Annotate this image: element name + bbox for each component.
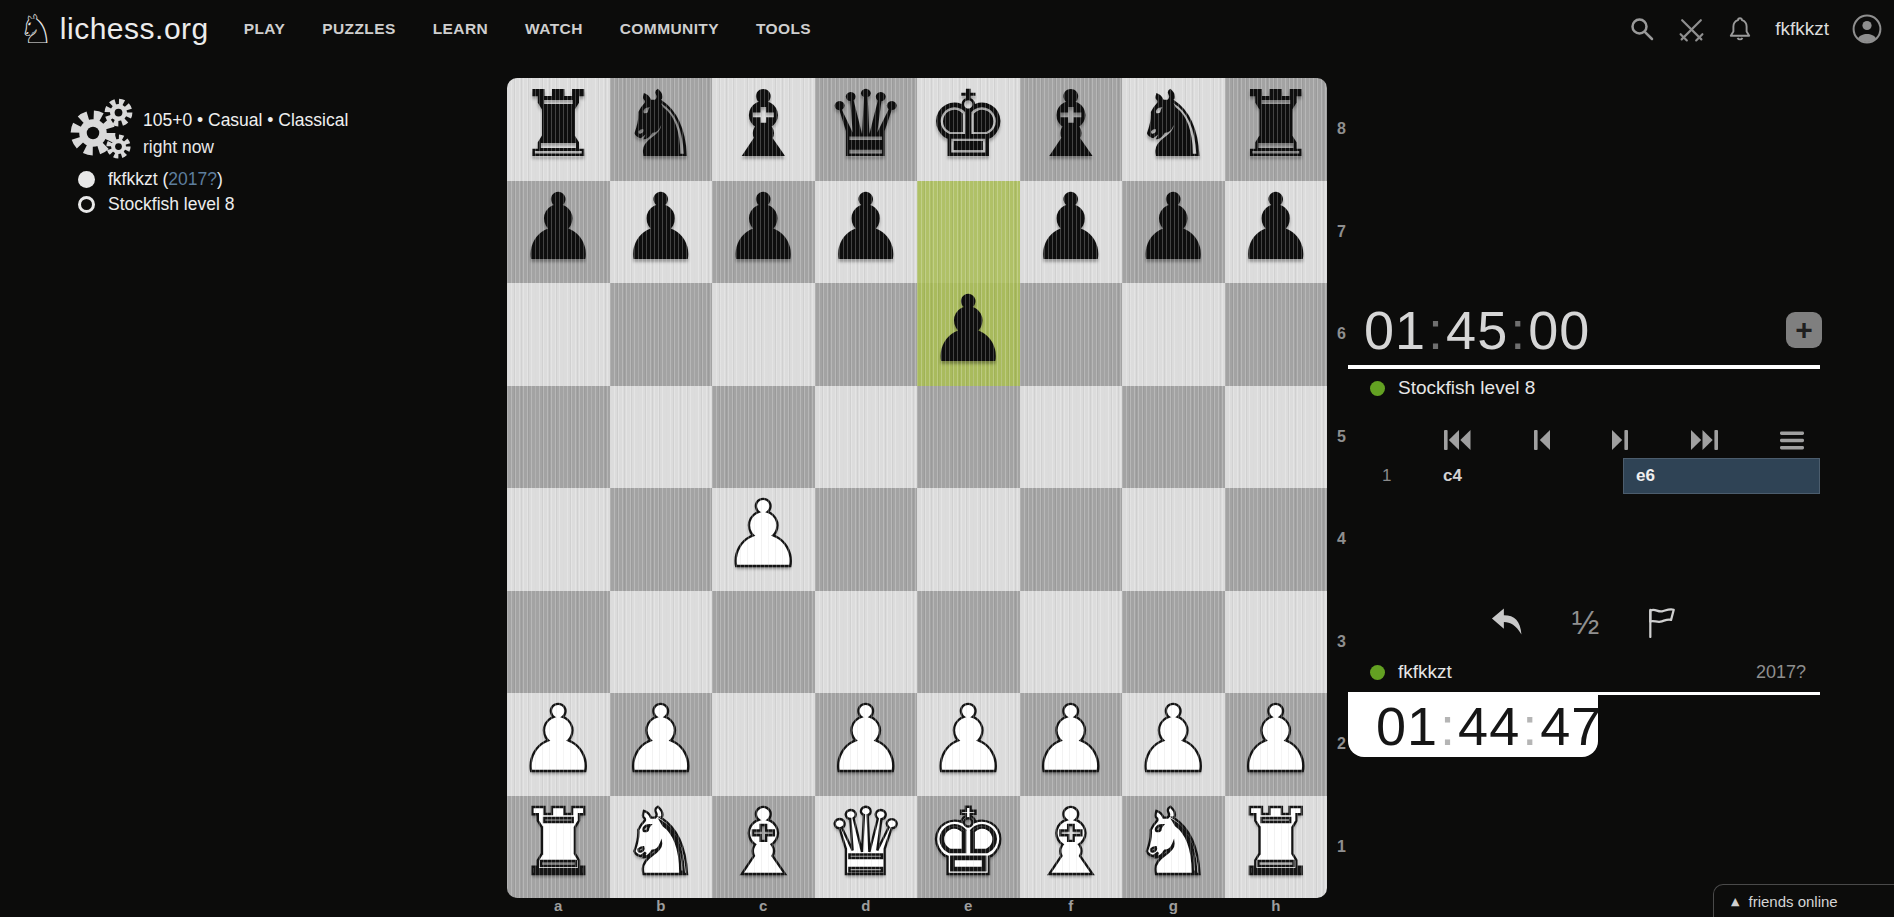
square-a2[interactable]: ♟ <box>507 693 610 796</box>
next-move-button[interactable] <box>1611 429 1629 451</box>
square-c8[interactable]: ♝ <box>712 78 815 181</box>
black-pawn[interactable]: ♟ <box>927 284 1009 376</box>
white-rook[interactable]: ♜ <box>1235 797 1317 889</box>
square-h7[interactable]: ♟ <box>1225 181 1328 284</box>
top-clock-separator <box>1348 365 1820 369</box>
square-f1[interactable]: ♝ <box>1020 796 1123 899</box>
nav-puzzles[interactable]: PUZZLES <box>322 20 395 38</box>
nav-play[interactable]: PLAY <box>244 20 286 38</box>
square-d5[interactable] <box>815 386 918 489</box>
offer-draw-button[interactable]: ½ <box>1572 606 1600 639</box>
topbar-right: fkfkkzt <box>1629 0 1882 58</box>
white-king[interactable]: ♚ <box>927 797 1009 889</box>
user-avatar-icon[interactable] <box>1852 14 1882 44</box>
lichess-knight-logo-icon: ♘ <box>18 9 54 49</box>
square-c4[interactable]: ♟ <box>712 488 815 591</box>
rank-label-1: 1 <box>1337 796 1357 899</box>
notifications-bell-icon[interactable] <box>1728 16 1752 43</box>
last-move-button[interactable] <box>1690 429 1719 451</box>
black-pawn[interactable]: ♟ <box>722 182 804 274</box>
game-settings-gear-tiny-icon <box>105 133 132 160</box>
search-icon[interactable] <box>1629 16 1655 42</box>
file-label-f: f <box>1020 897 1123 917</box>
square-c5[interactable] <box>712 386 815 489</box>
white-bishop[interactable]: ♝ <box>1030 797 1112 889</box>
nav-watch[interactable]: WATCH <box>525 20 583 38</box>
square-c1[interactable]: ♝ <box>712 796 815 899</box>
square-g6[interactable] <box>1122 283 1225 386</box>
rank-label-7: 7 <box>1337 181 1357 284</box>
player-row: fkfkkzt 2017? <box>1370 661 1806 683</box>
rank-label-6: 6 <box>1337 283 1357 386</box>
file-label-b: b <box>610 897 713 917</box>
square-f6[interactable] <box>1020 283 1123 386</box>
square-b6[interactable] <box>610 283 713 386</box>
rank-label-8: 8 <box>1337 78 1357 181</box>
white-knight[interactable]: ♞ <box>620 797 702 889</box>
white-pawn[interactable]: ♟ <box>1132 694 1214 786</box>
game-settings-gear-small-icon <box>103 97 134 128</box>
square-a4[interactable] <box>507 488 610 591</box>
square-b2[interactable]: ♟ <box>610 693 713 796</box>
game-status: right now <box>143 137 214 158</box>
move-navigation <box>1443 424 1805 456</box>
white-queen[interactable]: ♛ <box>825 797 907 889</box>
move-list-row: 1 c4 e6 <box>1348 458 1820 494</box>
chess-board[interactable]: ♜♞♝♛♚♝♞♜♟♟♟♟♟♟♟♟♟♟♟♟♟♟♟♟♜♞♝♛♚♝♞♜ <box>507 78 1327 898</box>
menu-button[interactable] <box>1779 430 1805 451</box>
square-e5[interactable] <box>917 386 1020 489</box>
black-pawn[interactable]: ♟ <box>1132 182 1214 274</box>
square-g1[interactable]: ♞ <box>1122 796 1225 899</box>
give-time-button[interactable]: + <box>1786 312 1822 348</box>
square-d2[interactable]: ♟ <box>815 693 918 796</box>
top-nav: ♘ lichess.org PLAY PUZZLES LEARN WATCH C… <box>0 0 1894 58</box>
square-h1[interactable]: ♜ <box>1225 796 1328 899</box>
white-pawn[interactable]: ♟ <box>927 694 1009 786</box>
square-a1[interactable]: ♜ <box>507 796 610 899</box>
online-status-icon <box>1370 665 1385 680</box>
white-pawn[interactable]: ♟ <box>1030 694 1112 786</box>
move-black-e6-selected[interactable]: e6 <box>1623 458 1820 494</box>
player-rating: 2017? <box>1756 662 1806 683</box>
square-h5[interactable] <box>1225 386 1328 489</box>
square-b8[interactable]: ♞ <box>610 78 713 181</box>
takeback-button[interactable] <box>1490 607 1526 637</box>
square-e4[interactable] <box>917 488 1020 591</box>
previous-move-button[interactable] <box>1533 429 1551 451</box>
square-b5[interactable] <box>610 386 713 489</box>
move-number: 1 <box>1348 458 1418 494</box>
white-color-disc-icon <box>78 171 95 188</box>
square-d6[interactable] <box>815 283 918 386</box>
square-h3[interactable] <box>1225 591 1328 694</box>
black-player-name: Stockfish level 8 <box>108 194 234 215</box>
meta-white-player-row: fkfkkzt (2017?) <box>78 169 223 190</box>
friends-online-toggle[interactable]: ▲ friends online <box>1713 884 1894 917</box>
black-knight[interactable]: ♞ <box>1132 79 1214 171</box>
nav-community[interactable]: COMMUNITY <box>620 20 719 38</box>
lichess-app: ♘ lichess.org PLAY PUZZLES LEARN WATCH C… <box>0 0 1894 917</box>
square-g7[interactable]: ♟ <box>1122 181 1225 284</box>
opponent-name: Stockfish level 8 <box>1398 377 1535 399</box>
file-label-e: e <box>917 897 1020 917</box>
square-d7[interactable]: ♟ <box>815 181 918 284</box>
black-king[interactable]: ♚ <box>927 79 1009 171</box>
black-rook[interactable]: ♜ <box>1235 79 1317 171</box>
white-pawn[interactable]: ♟ <box>1235 694 1317 786</box>
online-status-icon <box>1370 381 1385 396</box>
white-bishop[interactable]: ♝ <box>722 797 804 889</box>
square-c6[interactable] <box>712 283 815 386</box>
white-pawn[interactable]: ♟ <box>517 694 599 786</box>
site-logo[interactable]: ♘ lichess.org <box>18 9 209 49</box>
square-b7[interactable]: ♟ <box>610 181 713 284</box>
first-move-button[interactable] <box>1443 429 1472 451</box>
square-f7[interactable]: ♟ <box>1020 181 1123 284</box>
bottom-clock-active: 01:44:47 <box>1348 695 1598 757</box>
rating-paren-close: ) <box>217 169 223 190</box>
black-pawn[interactable]: ♟ <box>1235 182 1317 274</box>
file-label-d: d <box>815 897 918 917</box>
square-d4[interactable] <box>815 488 918 591</box>
resign-flag-button[interactable] <box>1645 606 1678 638</box>
rank-label-4: 4 <box>1337 488 1357 591</box>
square-e3[interactable] <box>917 591 1020 694</box>
move-white-c4[interactable]: c4 <box>1418 458 1623 494</box>
square-a7[interactable]: ♟ <box>507 181 610 284</box>
black-color-ring-icon <box>78 196 95 213</box>
black-queen[interactable]: ♛ <box>825 79 907 171</box>
white-pawn[interactable]: ♟ <box>825 694 907 786</box>
square-a5[interactable] <box>507 386 610 489</box>
black-knight[interactable]: ♞ <box>620 79 702 171</box>
black-pawn[interactable]: ♟ <box>620 182 702 274</box>
square-e1[interactable]: ♚ <box>917 796 1020 899</box>
square-e8[interactable]: ♚ <box>917 78 1020 181</box>
square-h8[interactable]: ♜ <box>1225 78 1328 181</box>
white-rook[interactable]: ♜ <box>517 797 599 889</box>
square-b1[interactable]: ♞ <box>610 796 713 899</box>
black-rook[interactable]: ♜ <box>517 79 599 171</box>
black-bishop[interactable]: ♝ <box>1030 79 1112 171</box>
square-a3[interactable] <box>507 591 610 694</box>
square-h6[interactable] <box>1225 283 1328 386</box>
square-h2[interactable]: ♟ <box>1225 693 1328 796</box>
square-d1[interactable]: ♛ <box>815 796 918 899</box>
white-player-rating-link[interactable]: 2017? <box>168 169 217 190</box>
game-setup-info: 105+0 • Casual • Classical <box>143 110 348 131</box>
square-e6[interactable]: ♟ <box>917 283 1020 386</box>
square-e2[interactable]: ♟ <box>917 693 1020 796</box>
nav-tools[interactable]: TOOLS <box>756 20 811 38</box>
black-pawn[interactable]: ♟ <box>825 182 907 274</box>
square-c7[interactable]: ♟ <box>712 181 815 284</box>
file-coordinates: abcdefgh <box>507 897 1327 917</box>
square-e7[interactable] <box>917 181 1020 284</box>
challenge-swords-icon[interactable] <box>1678 16 1705 43</box>
file-label-g: g <box>1122 897 1225 917</box>
square-d3[interactable] <box>815 591 918 694</box>
white-knight[interactable]: ♞ <box>1132 797 1214 889</box>
file-label-a: a <box>507 897 610 917</box>
square-a8[interactable]: ♜ <box>507 78 610 181</box>
file-label-h: h <box>1225 897 1328 917</box>
opponent-row: Stockfish level 8 <box>1370 377 1806 399</box>
file-label-c: c <box>712 897 815 917</box>
square-c2[interactable] <box>712 693 815 796</box>
square-g4[interactable] <box>1122 488 1225 591</box>
meta-black-player-row: Stockfish level 8 <box>78 194 234 215</box>
square-c3[interactable] <box>712 591 815 694</box>
square-f8[interactable]: ♝ <box>1020 78 1123 181</box>
square-f2[interactable]: ♟ <box>1020 693 1123 796</box>
white-pawn[interactable]: ♟ <box>722 489 804 581</box>
friends-online-label: friends online <box>1748 893 1837 910</box>
square-f5[interactable] <box>1020 386 1123 489</box>
square-g8[interactable]: ♞ <box>1122 78 1225 181</box>
game-action-buttons: ½ <box>1348 598 1820 646</box>
square-g5[interactable] <box>1122 386 1225 489</box>
collapse-arrow-icon: ▲ <box>1731 895 1739 908</box>
square-a6[interactable] <box>507 283 610 386</box>
black-pawn[interactable]: ♟ <box>517 182 599 274</box>
nav-learn[interactable]: LEARN <box>433 20 488 38</box>
main-menu: PLAY PUZZLES LEARN WATCH COMMUNITY TOOLS <box>244 20 811 38</box>
square-b4[interactable] <box>610 488 713 591</box>
username-menu[interactable]: fkfkkzt <box>1775 18 1829 40</box>
square-g2[interactable]: ♟ <box>1122 693 1225 796</box>
black-bishop[interactable]: ♝ <box>722 79 804 171</box>
square-b3[interactable] <box>610 591 713 694</box>
black-pawn[interactable]: ♟ <box>1030 182 1112 274</box>
square-h4[interactable] <box>1225 488 1328 591</box>
white-pawn[interactable]: ♟ <box>620 694 702 786</box>
square-f4[interactable] <box>1020 488 1123 591</box>
square-d8[interactable]: ♛ <box>815 78 918 181</box>
site-title: lichess.org <box>60 12 209 46</box>
top-clock: 01:45:00 <box>1364 300 1590 360</box>
player-name: fkfkkzt <box>1398 661 1452 683</box>
square-f3[interactable] <box>1020 591 1123 694</box>
square-g3[interactable] <box>1122 591 1225 694</box>
white-player-name: fkfkkzt <box>108 169 158 190</box>
